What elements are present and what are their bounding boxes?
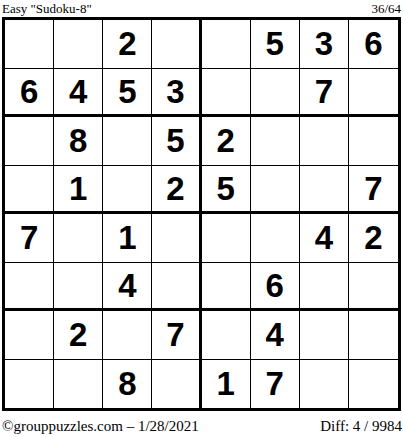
cell-r2c7[interactable]: 7 — [300, 69, 349, 118]
cell-r1c7[interactable]: 3 — [300, 20, 349, 69]
cell-r6c2[interactable] — [54, 263, 103, 312]
puzzle-header: Easy "Sudoku-8" 36/64 — [0, 0, 403, 15]
cell-r4c3[interactable] — [103, 166, 152, 215]
cell-r6c7[interactable] — [300, 263, 349, 312]
cell-r3c2[interactable]: 8 — [54, 117, 103, 166]
cell-r2c1[interactable]: 6 — [5, 69, 54, 118]
cell-r6c6[interactable]: 6 — [251, 263, 300, 312]
cell-r4c8[interactable]: 7 — [349, 166, 398, 215]
cell-r3c1[interactable] — [5, 117, 54, 166]
cell-r3c5[interactable]: 2 — [202, 117, 251, 166]
cell-r4c4[interactable]: 2 — [152, 166, 201, 215]
puzzle-page: Easy "Sudoku-8" 36/64 253664537852125771… — [0, 0, 403, 437]
cell-r1c1[interactable] — [5, 20, 54, 69]
cell-r7c4[interactable]: 7 — [152, 311, 201, 360]
cell-r7c2[interactable]: 2 — [54, 311, 103, 360]
cell-r4c7[interactable] — [300, 166, 349, 215]
cells-remaining-counter: 36/64 — [371, 2, 401, 15]
cell-r7c3[interactable] — [103, 311, 152, 360]
cell-r5c3[interactable]: 1 — [103, 214, 152, 263]
cell-r4c2[interactable]: 1 — [54, 166, 103, 215]
cell-r8c8[interactable] — [349, 360, 398, 409]
cell-r7c5[interactable] — [202, 311, 251, 360]
cell-r8c6[interactable]: 7 — [251, 360, 300, 409]
cell-r8c2[interactable] — [54, 360, 103, 409]
cell-r1c2[interactable] — [54, 20, 103, 69]
cell-r1c4[interactable] — [152, 20, 201, 69]
cell-r6c5[interactable] — [202, 263, 251, 312]
cell-r5c2[interactable] — [54, 214, 103, 263]
cell-r5c6[interactable] — [251, 214, 300, 263]
cell-r2c3[interactable]: 5 — [103, 69, 152, 118]
cell-r2c2[interactable]: 4 — [54, 69, 103, 118]
cell-r8c5[interactable]: 1 — [202, 360, 251, 409]
sudoku-board: 2536645378521257714246274817 — [2, 17, 401, 411]
cell-r3c3[interactable] — [103, 117, 152, 166]
puzzle-footer: ©grouppuzzles.com – 1/28/2021 Diff: 4 / … — [0, 411, 403, 434]
cell-r8c3[interactable]: 8 — [103, 360, 152, 409]
cell-r6c1[interactable] — [5, 263, 54, 312]
cell-r3c7[interactable] — [300, 117, 349, 166]
cell-r5c5[interactable] — [202, 214, 251, 263]
cell-r5c4[interactable] — [152, 214, 201, 263]
cell-r8c7[interactable] — [300, 360, 349, 409]
cell-r6c4[interactable] — [152, 263, 201, 312]
copyright-text: ©grouppuzzles.com – 1/28/2021 — [2, 418, 199, 434]
cell-r1c3[interactable]: 2 — [103, 20, 152, 69]
cell-r1c8[interactable]: 6 — [349, 20, 398, 69]
cell-r3c6[interactable] — [251, 117, 300, 166]
cell-r4c5[interactable]: 5 — [202, 166, 251, 215]
cell-r7c1[interactable] — [5, 311, 54, 360]
cell-r7c7[interactable] — [300, 311, 349, 360]
cell-r4c6[interactable] — [251, 166, 300, 215]
cell-r1c6[interactable]: 5 — [251, 20, 300, 69]
cell-r8c1[interactable] — [5, 360, 54, 409]
cell-r8c4[interactable] — [152, 360, 201, 409]
cell-r6c3[interactable]: 4 — [103, 263, 152, 312]
cell-r5c1[interactable]: 7 — [5, 214, 54, 263]
cell-r5c8[interactable]: 2 — [349, 214, 398, 263]
cell-r2c4[interactable]: 3 — [152, 69, 201, 118]
cell-r3c8[interactable] — [349, 117, 398, 166]
cell-r7c8[interactable] — [349, 311, 398, 360]
cell-r5c7[interactable]: 4 — [300, 214, 349, 263]
difficulty-text: Diff: 4 / 9984 — [320, 418, 402, 434]
cell-r2c5[interactable] — [202, 69, 251, 118]
cell-r2c6[interactable] — [251, 69, 300, 118]
cell-r6c8[interactable] — [349, 263, 398, 312]
cell-r2c8[interactable] — [349, 69, 398, 118]
cell-r3c4[interactable]: 5 — [152, 117, 201, 166]
cell-r4c1[interactable] — [5, 166, 54, 215]
cell-r7c6[interactable]: 4 — [251, 311, 300, 360]
puzzle-title: Easy "Sudoku-8" — [2, 2, 92, 15]
cell-r1c5[interactable] — [202, 20, 251, 69]
